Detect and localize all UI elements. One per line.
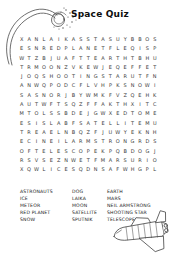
grid-cell-r3c14[interactable]: T	[114, 54, 121, 63]
grid-cell-r4c9[interactable]: K	[77, 63, 84, 72]
grid-cell-r13c19[interactable]: J	[151, 147, 158, 156]
grid-cell-r3c2[interactable]: T	[25, 54, 32, 63]
letter-grid: XANLAIKASSTASUYBBOSESNREDPLANETFLEQISPWT…	[18, 35, 158, 174]
grid-cell-r12c7[interactable]: L	[62, 137, 69, 146]
grid-cell-r5c12[interactable]: S	[99, 72, 106, 81]
grid-cell-r11c2[interactable]: R	[25, 128, 32, 137]
grid-cell-r7c11[interactable]: M	[92, 91, 99, 100]
grid-cell-r12c9[interactable]: R	[77, 137, 84, 146]
grid-cell-r14c15[interactable]: S	[121, 156, 128, 165]
grid-cell-r14c17[interactable]: R	[136, 156, 143, 165]
grid-cell-r15c10[interactable]: D	[85, 165, 92, 174]
grid-cell-r7c6[interactable]: R	[55, 91, 62, 100]
grid-cell-r1c15[interactable]: Y	[121, 35, 128, 44]
grid-cell-r7c15[interactable]: Z	[121, 91, 128, 100]
grid-cell-r4c1[interactable]: T	[18, 63, 25, 72]
grid-cell-r14c19[interactable]: O	[151, 156, 158, 165]
grid-cell-r13c14[interactable]: Q	[114, 147, 121, 156]
grid-cell-r1c16[interactable]: B	[129, 35, 136, 44]
grid-cell-r13c16[interactable]: D	[129, 147, 136, 156]
grid-cell-r6c19[interactable]: I	[151, 81, 158, 90]
grid-cell-r2c1[interactable]: E	[18, 44, 25, 53]
grid-cell-r14c8[interactable]: W	[70, 156, 77, 165]
grid-cell-r3c18[interactable]: H	[144, 54, 151, 63]
grid-cell-r1c18[interactable]: O	[144, 35, 151, 44]
grid-cell-r11c12[interactable]: J	[99, 128, 106, 137]
grid-cell-r6c13[interactable]: P	[107, 81, 114, 90]
grid-cell-r9c1[interactable]: M	[18, 109, 25, 118]
grid-cell-r11c18[interactable]: N	[144, 128, 151, 137]
grid-cell-r6c7[interactable]: D	[62, 81, 69, 90]
grid-cell-r3c15[interactable]: H	[121, 54, 128, 63]
grid-cell-r10c6[interactable]: A	[55, 119, 62, 128]
grid-cell-r11c17[interactable]: K	[136, 128, 143, 137]
space-shuttle-icon	[105, 210, 180, 256]
grid-cell-r13c8[interactable]: C	[70, 147, 77, 156]
grid-cell-r15c7[interactable]: E	[62, 165, 69, 174]
grid-cell-r5c16[interactable]: U	[129, 72, 136, 81]
grid-cell-r4c18[interactable]: E	[144, 63, 151, 72]
grid-cell-r3c5[interactable]: J	[48, 54, 55, 63]
grid-cell-r15c17[interactable]: G	[136, 165, 143, 174]
grid-cell-r11c14[interactable]: W	[114, 128, 121, 137]
grid-cell-r6c1[interactable]: A	[18, 81, 25, 90]
grid-cell-r15c9[interactable]: Q	[77, 165, 84, 174]
grid-cell-r8c1[interactable]: A	[18, 100, 25, 109]
grid-cell-r10c8[interactable]: F	[70, 119, 77, 128]
grid-cell-r15c14[interactable]: F	[114, 165, 121, 174]
grid-cell-r2c11[interactable]: E	[92, 44, 99, 53]
grid-cell-r12c16[interactable]: G	[129, 137, 136, 146]
grid-cell-r9c5[interactable]: S	[48, 109, 55, 118]
grid-cell-r2c10[interactable]: N	[85, 44, 92, 53]
grid-cell-r11c15[interactable]: Y	[121, 128, 128, 137]
grid-cell-r10c4[interactable]: S	[40, 119, 47, 128]
grid-cell-r5c13[interactable]: T	[107, 72, 114, 81]
grid-cell-r2c13[interactable]: F	[107, 44, 114, 53]
grid-cell-r10c2[interactable]: S	[25, 119, 32, 128]
grid-cell-r5c6[interactable]: O	[55, 72, 62, 81]
grid-cell-r9c17[interactable]: O	[136, 109, 143, 118]
grid-cell-r5c5[interactable]: H	[48, 72, 55, 81]
grid-cell-r8c7[interactable]: S	[62, 100, 69, 109]
grid-cell-r14c5[interactable]: E	[48, 156, 55, 165]
grid-cell-r12c4[interactable]: N	[40, 137, 47, 146]
grid-cell-r13c10[interactable]: P	[85, 147, 92, 156]
grid-cell-r1c2[interactable]: A	[25, 35, 32, 44]
grid-cell-r4c12[interactable]: J	[99, 63, 106, 72]
grid-cell-r7c3[interactable]: S	[33, 91, 40, 100]
grid-cell-r1c6[interactable]: I	[55, 35, 62, 44]
grid-cell-r4c17[interactable]: F	[136, 63, 143, 72]
grid-cell-r9c6[interactable]: S	[55, 109, 62, 118]
grid-cell-r14c11[interactable]: F	[92, 156, 99, 165]
grid-cell-r3c7[interactable]: A	[62, 54, 69, 63]
grid-cell-r12c15[interactable]: N	[121, 137, 128, 146]
grid-cell-r13c1[interactable]: O	[18, 147, 25, 156]
grid-cell-r1c17[interactable]: B	[136, 35, 143, 44]
grid-cell-r7c16[interactable]: Q	[129, 91, 136, 100]
word-item: NEIL ARMSTRONG	[107, 202, 151, 209]
grid-cell-r14c18[interactable]: I	[144, 156, 151, 165]
grid-cell-r4c6[interactable]: N	[55, 63, 62, 72]
grid-cell-r12c12[interactable]: T	[99, 137, 106, 146]
grid-cell-r6c2[interactable]: N	[25, 81, 32, 90]
grid-cell-r4c7[interactable]: Z	[62, 63, 69, 72]
grid-cell-r4c13[interactable]: E	[107, 63, 114, 72]
grid-cell-r8c5[interactable]: F	[48, 100, 55, 109]
grid-cell-r6c14[interactable]: K	[114, 81, 121, 90]
grid-cell-r9c8[interactable]: D	[70, 109, 77, 118]
grid-cell-r12c14[interactable]: O	[114, 137, 121, 146]
grid-cell-r14c14[interactable]: R	[114, 156, 121, 165]
grid-cell-r7c19[interactable]: K	[151, 91, 158, 100]
grid-cell-r11c8[interactable]: B	[70, 128, 77, 137]
grid-cell-r11c4[interactable]: A	[40, 128, 47, 137]
grid-cell-r10c3[interactable]: I	[33, 119, 40, 128]
grid-cell-r2c6[interactable]: D	[55, 44, 62, 53]
grid-cell-r8c11[interactable]: F	[92, 100, 99, 109]
grid-cell-r4c16[interactable]: F	[129, 63, 136, 72]
grid-cell-r9c15[interactable]: D	[121, 109, 128, 118]
grid-cell-r8c12[interactable]: A	[99, 100, 106, 109]
grid-cell-r9c14[interactable]: E	[114, 109, 121, 118]
grid-cell-r8c10[interactable]: F	[85, 100, 92, 109]
grid-cell-r9c3[interactable]: O	[33, 109, 40, 118]
grid-cell-r13c17[interactable]: O	[136, 147, 143, 156]
grid-cell-r15c5[interactable]: I	[48, 165, 55, 174]
grid-cell-r2c9[interactable]: A	[77, 44, 84, 53]
grid-cell-r13c3[interactable]: T	[33, 147, 40, 156]
grid-cell-r11c1[interactable]: T	[18, 128, 25, 137]
word-item: DOG	[72, 188, 97, 195]
grid-cell-r8c6[interactable]: T	[55, 100, 62, 109]
grid-cell-r13c4[interactable]: E	[40, 147, 47, 156]
grid-cell-r13c18[interactable]: G	[144, 147, 151, 156]
grid-cell-r5c9[interactable]: I	[77, 72, 84, 81]
grid-cell-r6c17[interactable]: O	[136, 81, 143, 90]
grid-cell-r4c14[interactable]: Q	[114, 63, 121, 72]
grid-cell-r7c14[interactable]: V	[114, 91, 121, 100]
grid-cell-r2c8[interactable]: L	[70, 44, 77, 53]
grid-cell-r3c3[interactable]: Z	[33, 54, 40, 63]
word-list-column-2: DOGLAIKAMOONSATELLITESPUTNIK	[72, 188, 97, 223]
grid-cell-r7c4[interactable]: N	[40, 91, 47, 100]
grid-cell-r15c16[interactable]: H	[129, 165, 136, 174]
grid-cell-r3c17[interactable]: B	[136, 54, 143, 63]
grid-cell-r12c10[interactable]: M	[85, 137, 92, 146]
grid-cell-r1c11[interactable]: T	[92, 35, 99, 44]
grid-cell-r4c3[interactable]: M	[33, 63, 40, 72]
grid-cell-r6c9[interactable]: F	[77, 81, 84, 90]
grid-cell-r15c1[interactable]: X	[18, 165, 25, 174]
grid-cell-r9c9[interactable]: E	[77, 109, 84, 118]
grid-cell-r14c6[interactable]: Z	[55, 156, 62, 165]
grid-cell-r5c10[interactable]: N	[85, 72, 92, 81]
grid-cell-r5c8[interactable]: T	[70, 72, 77, 81]
word-item: SPUTNIK	[72, 216, 97, 223]
grid-cell-r14c3[interactable]: V	[33, 156, 40, 165]
grid-cell-r10c14[interactable]: L	[114, 119, 121, 128]
word-item: SATELLITE	[72, 209, 97, 216]
grid-cell-r8c17[interactable]: I	[136, 100, 143, 109]
grid-cell-r4c5[interactable]: O	[48, 63, 55, 72]
grid-cell-r2c15[interactable]: E	[121, 44, 128, 53]
grid-cell-r1c5[interactable]: A	[48, 35, 55, 44]
grid-cell-r8c18[interactable]: T	[144, 100, 151, 109]
grid-cell-r11c10[interactable]: Z	[85, 128, 92, 137]
grid-cell-r13c9[interactable]: O	[77, 147, 84, 156]
word-item: MOON	[72, 202, 97, 209]
grid-cell-r10c17[interactable]: E	[136, 119, 143, 128]
grid-cell-r15c11[interactable]: N	[92, 165, 99, 174]
grid-cell-r10c5[interactable]: L	[48, 119, 55, 128]
grid-cell-r7c1[interactable]: S	[18, 91, 25, 100]
grid-cell-r6c15[interactable]: S	[121, 81, 128, 90]
grid-cell-r15c3[interactable]: W	[33, 165, 40, 174]
grid-cell-r3c19[interactable]: U	[151, 54, 158, 63]
grid-cell-r15c2[interactable]: Q	[25, 165, 32, 174]
grid-cell-r11c11[interactable]: F	[92, 128, 99, 137]
grid-cell-r11c3[interactable]: E	[33, 128, 40, 137]
grid-cell-r8c4[interactable]: W	[40, 100, 47, 109]
grid-cell-r12c11[interactable]: S	[92, 137, 99, 146]
grid-cell-r1c4[interactable]: L	[40, 35, 47, 44]
grid-cell-r3c11[interactable]: E	[92, 54, 99, 63]
grid-cell-r6c12[interactable]: H	[99, 81, 106, 90]
grid-cell-r3c4[interactable]: B	[40, 54, 47, 63]
grid-cell-r15c13[interactable]: A	[107, 165, 114, 174]
grid-cell-r7c7[interactable]: J	[62, 91, 69, 100]
grid-cell-r8c15[interactable]: H	[121, 100, 128, 109]
grid-cell-r9c16[interactable]: T	[129, 109, 136, 118]
grid-cell-r7c5[interactable]: O	[48, 91, 55, 100]
grid-cell-r15c6[interactable]: C	[55, 165, 62, 174]
grid-cell-r10c16[interactable]: T	[129, 119, 136, 128]
grid-cell-r2c18[interactable]: S	[144, 44, 151, 53]
grid-cell-r3c6[interactable]: U	[55, 54, 62, 63]
grid-cell-r7c10[interactable]: W	[85, 91, 92, 100]
grid-cell-r8c8[interactable]: Q	[70, 100, 77, 109]
grid-cell-r11c13[interactable]: U	[107, 128, 114, 137]
grid-cell-r13c6[interactable]: E	[55, 147, 62, 156]
grid-cell-r5c4[interactable]: S	[40, 72, 47, 81]
grid-cell-r13c2[interactable]: F	[25, 147, 32, 156]
grid-cell-r9c12[interactable]: W	[99, 109, 106, 118]
grid-cell-r5c7[interactable]: O	[62, 72, 69, 81]
grid-cell-r3c13[interactable]: R	[107, 54, 114, 63]
grid-cell-r12c1[interactable]: E	[18, 137, 25, 146]
grid-cell-r7c12[interactable]: K	[99, 91, 106, 100]
grid-cell-r7c17[interactable]: E	[136, 91, 143, 100]
grid-cell-r8c19[interactable]: C	[151, 100, 158, 109]
grid-cell-r2c17[interactable]: I	[136, 44, 143, 53]
grid-cell-r12c8[interactable]: A	[70, 137, 77, 146]
grid-cell-r5c17[interactable]: T	[136, 72, 143, 81]
grid-cell-r1c3[interactable]: N	[33, 35, 40, 44]
grid-cell-r4c8[interactable]: V	[70, 63, 77, 72]
word-item: MARS	[107, 195, 151, 202]
grid-cell-r5c14[interactable]: A	[114, 72, 121, 81]
grid-cell-r4c15[interactable]: E	[121, 63, 128, 72]
grid-cell-r15c15[interactable]: W	[121, 165, 128, 174]
grid-cell-r5c2[interactable]: O	[25, 72, 32, 81]
grid-cell-r2c4[interactable]: R	[40, 44, 47, 53]
grid-cell-r12c17[interactable]: R	[136, 137, 143, 146]
grid-cell-r2c5[interactable]: E	[48, 44, 55, 53]
grid-cell-r10c19[interactable]: U	[151, 119, 158, 128]
grid-cell-r8c2[interactable]: U	[25, 100, 32, 109]
grid-cell-r6c11[interactable]: V	[92, 81, 99, 90]
grid-cell-r6c16[interactable]: N	[129, 81, 136, 90]
word-item: ASTRONAUTS	[20, 188, 53, 195]
grid-cell-r15c4[interactable]: L	[40, 165, 47, 174]
grid-cell-r14c2[interactable]: S	[25, 156, 32, 165]
grid-cell-r2c2[interactable]: S	[25, 44, 32, 53]
grid-cell-r13c7[interactable]: S	[62, 147, 69, 156]
grid-cell-r12c13[interactable]: R	[107, 137, 114, 146]
grid-cell-r13c11[interactable]: E	[92, 147, 99, 156]
grid-cell-r1c13[interactable]: S	[107, 35, 114, 44]
grid-cell-r11c16[interactable]: E	[129, 128, 136, 137]
grid-cell-r9c7[interactable]: B	[62, 109, 69, 118]
grid-cell-r13c13[interactable]: P	[107, 147, 114, 156]
grid-cell-r11c19[interactable]: H	[151, 128, 158, 137]
grid-cell-r10c10[interactable]: A	[85, 119, 92, 128]
grid-cell-r2c19[interactable]: P	[151, 44, 158, 53]
grid-cell-r10c13[interactable]: L	[107, 119, 114, 128]
grid-cell-r15c19[interactable]: L	[151, 165, 158, 174]
grid-cell-r1c19[interactable]: S	[151, 35, 158, 44]
grid-cell-r3c9[interactable]: T	[77, 54, 84, 63]
grid-cell-r5c1[interactable]: J	[18, 72, 25, 81]
grid-cell-r9c18[interactable]: M	[144, 109, 151, 118]
grid-cell-r13c12[interactable]: K	[99, 147, 106, 156]
grid-cell-r12c19[interactable]: S	[151, 137, 158, 146]
grid-cell-r11c5[interactable]: E	[48, 128, 55, 137]
grid-cell-r8c3[interactable]: T	[33, 100, 40, 109]
grid-cell-r5c3[interactable]: Q	[33, 72, 40, 81]
grid-cell-r3c16[interactable]: T	[129, 54, 136, 63]
grid-cell-r2c16[interactable]: Q	[129, 44, 136, 53]
grid-cell-r15c12[interactable]: S	[99, 165, 106, 174]
grid-cell-r2c3[interactable]: N	[33, 44, 40, 53]
grid-cell-r14c9[interactable]: E	[77, 156, 84, 165]
grid-cell-r1c12[interactable]: A	[99, 35, 106, 44]
grid-cell-r7c18[interactable]: H	[144, 91, 151, 100]
grid-cell-r9c19[interactable]: E	[151, 109, 158, 118]
grid-cell-r11c6[interactable]: L	[55, 128, 62, 137]
grid-cell-r8c16[interactable]: X	[129, 100, 136, 109]
grid-cell-r9c13[interactable]: X	[107, 109, 114, 118]
grid-cell-r10c15[interactable]: I	[121, 119, 128, 128]
grid-cell-r6c4[interactable]: Q	[40, 81, 47, 90]
word-item: RED PLANET	[20, 209, 53, 216]
grid-cell-r4c11[interactable]: W	[92, 63, 99, 72]
grid-cell-r1c10[interactable]: S	[85, 35, 92, 44]
grid-cell-r14c7[interactable]: N	[62, 156, 69, 165]
grid-cell-r14c4[interactable]: S	[40, 156, 47, 165]
grid-cell-r9c2[interactable]: T	[25, 109, 32, 118]
grid-cell-r1c9[interactable]: S	[77, 35, 84, 44]
grid-cell-r7c8[interactable]: B	[70, 91, 77, 100]
grid-cell-r3c12[interactable]: A	[99, 54, 106, 63]
grid-cell-r10c1[interactable]: E	[18, 119, 25, 128]
grid-cell-r6c10[interactable]: L	[85, 81, 92, 90]
grid-cell-r10c7[interactable]: B	[62, 119, 69, 128]
word-item: ICE	[20, 195, 53, 202]
grid-cell-r7c2[interactable]: A	[25, 91, 32, 100]
grid-cell-r7c13[interactable]: F	[107, 91, 114, 100]
grid-cell-r10c12[interactable]: E	[99, 119, 106, 128]
grid-cell-r2c12[interactable]: T	[99, 44, 106, 53]
word-list-column-1: ASTRONAUTSICEMETEORRED PLANETSNOW	[20, 188, 53, 223]
grid-cell-r5c19[interactable]: N	[151, 72, 158, 81]
grid-cell-r1c8[interactable]: A	[70, 35, 77, 44]
grid-cell-r11c9[interactable]: Q	[77, 128, 84, 137]
grid-cell-r10c18[interactable]: M	[144, 119, 151, 128]
grid-cell-r2c14[interactable]: L	[114, 44, 121, 53]
grid-cell-r5c18[interactable]: F	[144, 72, 151, 81]
grid-cell-r4c4[interactable]: O	[40, 63, 47, 72]
grid-cell-r6c18[interactable]: W	[144, 81, 151, 90]
grid-cell-r8c14[interactable]: T	[114, 100, 121, 109]
grid-cell-r5c11[interactable]: G	[92, 72, 99, 81]
grid-cell-r4c2[interactable]: R	[25, 63, 32, 72]
grid-cell-r3c8[interactable]: F	[70, 54, 77, 63]
grid-cell-r13c15[interactable]: B	[121, 147, 128, 156]
grid-cell-r2c7[interactable]: P	[62, 44, 69, 53]
grid-cell-r14c16[interactable]: U	[129, 156, 136, 165]
grid-cell-r15c18[interactable]: P	[144, 165, 151, 174]
grid-cell-r1c14[interactable]: U	[114, 35, 121, 44]
grid-cell-r9c11[interactable]: G	[92, 109, 99, 118]
grid-cell-r1c1[interactable]: X	[18, 35, 25, 44]
grid-cell-r10c9[interactable]: S	[77, 119, 84, 128]
grid-cell-r3c1[interactable]: W	[18, 54, 25, 63]
grid-cell-r14c1[interactable]: R	[18, 156, 25, 165]
grid-cell-r10c11[interactable]: T	[92, 119, 99, 128]
grid-cell-r14c13[interactable]: A	[107, 156, 114, 165]
grid-cell-r15c8[interactable]: S	[70, 165, 77, 174]
grid-cell-r11c7[interactable]: N	[62, 128, 69, 137]
grid-cell-r13c5[interactable]: L	[48, 147, 55, 156]
grid-cell-r12c5[interactable]: E	[48, 137, 55, 146]
grid-cell-r8c9[interactable]: Z	[77, 100, 84, 109]
word-item: LAIKA	[72, 195, 97, 202]
worksheet: Space Quiz XANLAIKASSTASUYBBOSESNREDPLAN…	[0, 0, 180, 256]
grid-cell-r6c6[interactable]: O	[55, 81, 62, 90]
grid-cell-r1c7[interactable]: K	[62, 35, 69, 44]
grid-cell-r6c8[interactable]: C	[70, 81, 77, 90]
grid-cell-r6c3[interactable]: W	[33, 81, 40, 90]
grid-cell-r14c12[interactable]: M	[99, 156, 106, 165]
grid-cell-r3c10[interactable]: T	[85, 54, 92, 63]
grid-cell-r12c6[interactable]: I	[55, 137, 62, 146]
grid-cell-r7c9[interactable]: Y	[77, 91, 84, 100]
grid-cell-r12c18[interactable]: D	[144, 137, 151, 146]
grid-cell-r4c19[interactable]: T	[151, 63, 158, 72]
grid-cell-r6c5[interactable]: P	[48, 81, 55, 90]
grid-cell-r9c10[interactable]: J	[85, 109, 92, 118]
grid-cell-r14c10[interactable]: T	[85, 156, 92, 165]
grid-cell-r12c2[interactable]: C	[25, 137, 32, 146]
grid-cell-r4c10[interactable]: E	[85, 63, 92, 72]
grid-cell-r9c4[interactable]: L	[40, 109, 47, 118]
grid-cell-r8c13[interactable]: K	[107, 100, 114, 109]
grid-cell-r5c15[interactable]: R	[121, 72, 128, 81]
grid-cell-r12c3[interactable]: I	[33, 137, 40, 146]
